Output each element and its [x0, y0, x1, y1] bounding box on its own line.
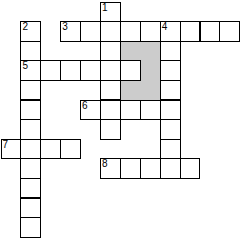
cell-1-7[interactable] — [20, 139, 41, 160]
cell-6-1[interactable] — [120, 21, 141, 42]
shaded-cell-7-4 — [140, 80, 161, 101]
cell-6-5[interactable] — [120, 100, 141, 121]
cell-8-4[interactable] — [160, 80, 181, 101]
cell-6-8[interactable] — [120, 158, 141, 179]
cell-8-2[interactable] — [160, 41, 181, 62]
cell-1-5[interactable] — [20, 100, 41, 121]
cell-5-0[interactable]: 1 — [100, 2, 121, 23]
cell-1-1[interactable]: 2 — [20, 21, 41, 42]
cell-4-5[interactable]: 6 — [80, 100, 101, 121]
clue-number-2: 2 — [22, 22, 28, 32]
shaded-cell-7-2 — [140, 41, 161, 62]
cell-1-11[interactable] — [20, 217, 41, 238]
clue-number-1: 1 — [102, 3, 108, 13]
cell-1-6[interactable] — [20, 119, 41, 140]
cell-8-6[interactable] — [160, 119, 181, 140]
cell-1-10[interactable] — [20, 198, 41, 219]
cell-1-2[interactable] — [20, 41, 41, 62]
cell-3-3[interactable] — [60, 60, 81, 81]
cell-5-3[interactable] — [100, 60, 121, 81]
cell-8-1[interactable]: 4 — [160, 21, 181, 42]
cell-5-6[interactable] — [100, 119, 121, 140]
crossword-board: 12345678 — [0, 0, 241, 241]
cell-8-5[interactable] — [160, 100, 181, 121]
cell-10-1[interactable] — [200, 21, 221, 42]
cell-5-8[interactable]: 8 — [100, 158, 121, 179]
clue-number-3: 3 — [62, 22, 68, 32]
cell-5-4[interactable] — [100, 80, 121, 101]
clue-number-6: 6 — [82, 101, 88, 111]
cell-9-8[interactable] — [180, 158, 201, 179]
cell-5-2[interactable] — [100, 41, 121, 62]
cell-1-3[interactable]: 5 — [20, 60, 41, 81]
cell-11-1[interactable] — [219, 21, 240, 42]
cell-1-9[interactable] — [20, 178, 41, 199]
cell-1-4[interactable] — [20, 80, 41, 101]
cell-3-1[interactable]: 3 — [60, 21, 81, 42]
clue-number-8: 8 — [102, 159, 108, 169]
cell-8-3[interactable] — [160, 60, 181, 81]
cell-7-1[interactable] — [140, 21, 161, 42]
shaded-cell-6-4 — [120, 80, 141, 101]
cell-4-1[interactable] — [80, 21, 101, 42]
shaded-cell-6-2 — [120, 41, 141, 62]
cell-8-8[interactable] — [160, 158, 181, 179]
cell-5-5[interactable] — [100, 100, 121, 121]
clue-number-4: 4 — [162, 22, 168, 32]
shaded-cell-7-3 — [140, 60, 161, 81]
cell-2-3[interactable] — [40, 60, 61, 81]
cell-0-7[interactable]: 7 — [1, 139, 22, 160]
cell-3-7[interactable] — [60, 139, 81, 160]
cell-1-8[interactable] — [20, 158, 41, 179]
clue-number-5: 5 — [22, 61, 28, 71]
cell-4-3[interactable] — [80, 60, 101, 81]
cell-7-8[interactable] — [140, 158, 161, 179]
cell-5-1[interactable] — [100, 21, 121, 42]
cell-6-3[interactable] — [120, 60, 141, 81]
clue-number-7: 7 — [3, 140, 9, 150]
cell-7-5[interactable] — [140, 100, 161, 121]
cell-8-7[interactable] — [160, 139, 181, 160]
cell-2-7[interactable] — [40, 139, 61, 160]
cell-9-1[interactable] — [180, 21, 201, 42]
